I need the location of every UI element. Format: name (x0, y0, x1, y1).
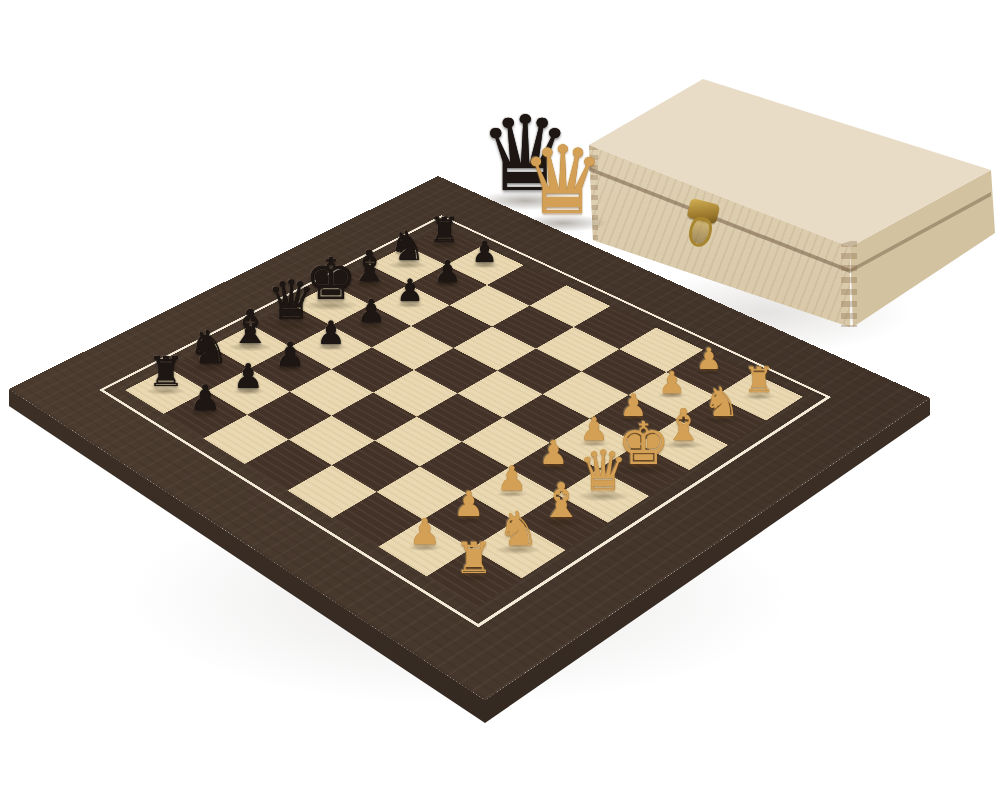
clasp-hook (686, 215, 715, 249)
product-photo: ♜♞♝♛♚♝♞♜♟♟♟♟♟♟♟♟♟♟♟♟♟♟♟♟♜♞♝♛♚♝♞♜♛♛ (0, 0, 1000, 800)
black-queen-icon: ♛ (478, 102, 571, 206)
piece-black-queen-spare[interactable]: ♛ (478, 102, 571, 206)
